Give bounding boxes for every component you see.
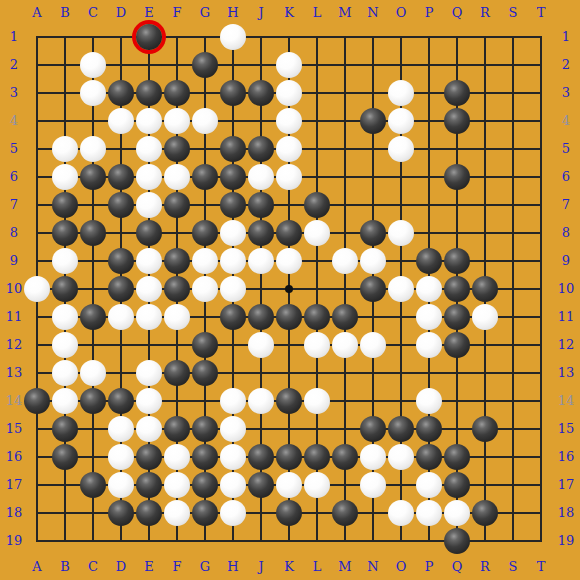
column-label-bottom: O <box>387 559 415 575</box>
white-stone-B11[interactable] <box>52 304 78 330</box>
column-label-bottom: D <box>107 559 135 575</box>
column-label-top: S <box>499 5 527 21</box>
black-stone-D10[interactable] <box>108 276 134 302</box>
white-stone-E15[interactable] <box>136 416 162 442</box>
grid-line-horizontal <box>36 372 542 374</box>
white-stone-P12[interactable] <box>416 332 442 358</box>
white-stone-P17[interactable] <box>416 472 442 498</box>
white-stone-O16[interactable] <box>388 444 414 470</box>
white-stone-H9[interactable] <box>220 248 246 274</box>
black-stone-G2[interactable] <box>192 52 218 78</box>
row-label-left: 15 <box>0 421 28 437</box>
black-stone-F10[interactable] <box>164 276 190 302</box>
white-stone-Q18[interactable] <box>444 500 470 526</box>
black-stone-G18[interactable] <box>192 500 218 526</box>
white-stone-G10[interactable] <box>192 276 218 302</box>
white-stone-J9[interactable] <box>248 248 274 274</box>
row-label-right: 1 <box>552 29 580 45</box>
black-stone-N8[interactable] <box>360 220 386 246</box>
black-stone-Q3[interactable] <box>444 80 470 106</box>
black-stone-C17[interactable] <box>80 472 106 498</box>
white-stone-O8[interactable] <box>388 220 414 246</box>
column-label-bottom: E <box>135 559 163 575</box>
white-stone-F17[interactable] <box>164 472 190 498</box>
white-stone-B9[interactable] <box>52 248 78 274</box>
black-stone-N4[interactable] <box>360 108 386 134</box>
row-label-left: 13 <box>0 365 28 381</box>
black-stone-J8[interactable] <box>248 220 274 246</box>
white-stone-B14[interactable] <box>52 388 78 414</box>
white-stone-P14[interactable] <box>416 388 442 414</box>
row-label-right: 19 <box>552 533 580 549</box>
column-label-top: T <box>527 5 555 21</box>
row-label-left: 4 <box>0 113 28 129</box>
column-label-bottom: J <box>247 559 275 575</box>
white-stone-M9[interactable] <box>332 248 358 274</box>
column-label-bottom: L <box>303 559 331 575</box>
black-stone-J7[interactable] <box>248 192 274 218</box>
black-stone-H6[interactable] <box>220 164 246 190</box>
column-label-top: M <box>331 5 359 21</box>
white-stone-O3[interactable] <box>388 80 414 106</box>
star-point <box>285 285 293 293</box>
black-stone-B16[interactable] <box>52 444 78 470</box>
column-label-top: C <box>79 5 107 21</box>
white-stone-P10[interactable] <box>416 276 442 302</box>
white-stone-H18[interactable] <box>220 500 246 526</box>
row-label-right: 6 <box>552 169 580 185</box>
white-stone-N12[interactable] <box>360 332 386 358</box>
row-label-left: 1 <box>0 29 28 45</box>
white-stone-M12[interactable] <box>332 332 358 358</box>
row-label-right: 10 <box>552 281 580 297</box>
white-stone-H10[interactable] <box>220 276 246 302</box>
column-label-bottom: G <box>191 559 219 575</box>
column-label-top: H <box>219 5 247 21</box>
black-stone-Q6[interactable] <box>444 164 470 190</box>
black-stone-Q12[interactable] <box>444 332 470 358</box>
black-stone-E16[interactable] <box>136 444 162 470</box>
column-label-top: N <box>359 5 387 21</box>
black-stone-L11[interactable] <box>304 304 330 330</box>
column-label-bottom: H <box>219 559 247 575</box>
white-stone-D11[interactable] <box>108 304 134 330</box>
white-stone-O18[interactable] <box>388 500 414 526</box>
white-stone-B12[interactable] <box>52 332 78 358</box>
white-stone-E13[interactable] <box>136 360 162 386</box>
row-label-right: 13 <box>552 365 580 381</box>
white-stone-E4[interactable] <box>136 108 162 134</box>
black-stone-D3[interactable] <box>108 80 134 106</box>
column-label-top: R <box>471 5 499 21</box>
white-stone-F16[interactable] <box>164 444 190 470</box>
black-stone-M18[interactable] <box>332 500 358 526</box>
column-label-bottom: C <box>79 559 107 575</box>
white-stone-H1[interactable] <box>220 24 246 50</box>
column-label-top: L <box>303 5 331 21</box>
black-stone-O15[interactable] <box>388 416 414 442</box>
black-stone-Q10[interactable] <box>444 276 470 302</box>
white-stone-L17[interactable] <box>304 472 330 498</box>
black-stone-J16[interactable] <box>248 444 274 470</box>
white-stone-H14[interactable] <box>220 388 246 414</box>
row-label-right: 8 <box>552 225 580 241</box>
row-label-right: 11 <box>552 309 580 325</box>
column-label-top: K <box>275 5 303 21</box>
black-stone-D7[interactable] <box>108 192 134 218</box>
white-stone-C13[interactable] <box>80 360 106 386</box>
black-stone-F5[interactable] <box>164 136 190 162</box>
white-stone-J14[interactable] <box>248 388 274 414</box>
black-stone-D6[interactable] <box>108 164 134 190</box>
white-stone-C2[interactable] <box>80 52 106 78</box>
black-stone-M16[interactable] <box>332 444 358 470</box>
black-stone-F3[interactable] <box>164 80 190 106</box>
white-stone-K5[interactable] <box>276 136 302 162</box>
column-label-top: A <box>23 5 51 21</box>
white-stone-G9[interactable] <box>192 248 218 274</box>
row-label-right: 3 <box>552 85 580 101</box>
black-stone-R10[interactable] <box>472 276 498 302</box>
black-stone-P9[interactable] <box>416 248 442 274</box>
white-stone-E11[interactable] <box>136 304 162 330</box>
white-stone-D4[interactable] <box>108 108 134 134</box>
black-stone-F13[interactable] <box>164 360 190 386</box>
row-label-right: 9 <box>552 253 580 269</box>
row-label-left: 19 <box>0 533 28 549</box>
black-stone-P15[interactable] <box>416 416 442 442</box>
white-stone-L8[interactable] <box>304 220 330 246</box>
grid-line-vertical <box>540 36 542 542</box>
row-label-right: 4 <box>552 113 580 129</box>
black-stone-B10[interactable] <box>52 276 78 302</box>
column-label-bottom: M <box>331 559 359 575</box>
white-stone-E5[interactable] <box>136 136 162 162</box>
grid-line-vertical <box>512 36 514 542</box>
row-label-left: 5 <box>0 141 28 157</box>
column-label-bottom: P <box>415 559 443 575</box>
black-stone-R15[interactable] <box>472 416 498 442</box>
black-stone-H11[interactable] <box>220 304 246 330</box>
row-label-right: 14 <box>552 393 580 409</box>
black-stone-Q16[interactable] <box>444 444 470 470</box>
white-stone-O10[interactable] <box>388 276 414 302</box>
white-stone-G4[interactable] <box>192 108 218 134</box>
white-stone-A10[interactable] <box>24 276 50 302</box>
row-label-right: 12 <box>552 337 580 353</box>
black-stone-A14[interactable] <box>24 388 50 414</box>
row-label-left: 8 <box>0 225 28 241</box>
black-stone-B8[interactable] <box>52 220 78 246</box>
black-stone-H5[interactable] <box>220 136 246 162</box>
row-label-right: 18 <box>552 505 580 521</box>
white-stone-D17[interactable] <box>108 472 134 498</box>
black-stone-K8[interactable] <box>276 220 302 246</box>
row-label-right: 5 <box>552 141 580 157</box>
black-stone-L7[interactable] <box>304 192 330 218</box>
white-stone-E7[interactable] <box>136 192 162 218</box>
black-stone-K11[interactable] <box>276 304 302 330</box>
black-stone-K16[interactable] <box>276 444 302 470</box>
black-stone-F9[interactable] <box>164 248 190 274</box>
row-label-left: 6 <box>0 169 28 185</box>
black-stone-E17[interactable] <box>136 472 162 498</box>
black-stone-D18[interactable] <box>108 500 134 526</box>
column-label-bottom: T <box>527 559 555 575</box>
white-stone-B5[interactable] <box>52 136 78 162</box>
white-stone-B6[interactable] <box>52 164 78 190</box>
white-stone-F18[interactable] <box>164 500 190 526</box>
black-stone-F15[interactable] <box>164 416 190 442</box>
white-stone-L12[interactable] <box>304 332 330 358</box>
last-move-stone-E1[interactable] <box>136 24 162 50</box>
row-label-left: 2 <box>0 57 28 73</box>
black-stone-D9[interactable] <box>108 248 134 274</box>
black-stone-E8[interactable] <box>136 220 162 246</box>
white-stone-H15[interactable] <box>220 416 246 442</box>
row-label-left: 16 <box>0 449 28 465</box>
black-stone-D14[interactable] <box>108 388 134 414</box>
row-label-left: 3 <box>0 85 28 101</box>
column-label-bottom: B <box>51 559 79 575</box>
black-stone-E18[interactable] <box>136 500 162 526</box>
white-stone-H16[interactable] <box>220 444 246 470</box>
black-stone-J17[interactable] <box>248 472 274 498</box>
row-label-left: 9 <box>0 253 28 269</box>
black-stone-Q11[interactable] <box>444 304 470 330</box>
white-stone-J12[interactable] <box>248 332 274 358</box>
black-stone-N10[interactable] <box>360 276 386 302</box>
white-stone-C3[interactable] <box>80 80 106 106</box>
column-label-bottom: K <box>275 559 303 575</box>
black-stone-G16[interactable] <box>192 444 218 470</box>
white-stone-E9[interactable] <box>136 248 162 274</box>
black-stone-R18[interactable] <box>472 500 498 526</box>
black-stone-J5[interactable] <box>248 136 274 162</box>
go-board[interactable]: AABBCCDDEEFFGGHHJJKKLLMMNNOOPPQQRRSSTT11… <box>0 0 580 580</box>
white-stone-P18[interactable] <box>416 500 442 526</box>
white-stone-D15[interactable] <box>108 416 134 442</box>
white-stone-B13[interactable] <box>52 360 78 386</box>
black-stone-G17[interactable] <box>192 472 218 498</box>
column-label-top: Q <box>443 5 471 21</box>
row-label-left: 18 <box>0 505 28 521</box>
column-label-bottom: A <box>23 559 51 575</box>
black-stone-C6[interactable] <box>80 164 106 190</box>
black-stone-G8[interactable] <box>192 220 218 246</box>
white-stone-D16[interactable] <box>108 444 134 470</box>
column-label-top: G <box>191 5 219 21</box>
black-stone-G12[interactable] <box>192 332 218 358</box>
white-stone-K3[interactable] <box>276 80 302 106</box>
white-stone-O4[interactable] <box>388 108 414 134</box>
black-stone-Q19[interactable] <box>444 528 470 554</box>
column-label-bottom: F <box>163 559 191 575</box>
black-stone-K14[interactable] <box>276 388 302 414</box>
column-label-top: J <box>247 5 275 21</box>
black-stone-Q4[interactable] <box>444 108 470 134</box>
black-stone-N15[interactable] <box>360 416 386 442</box>
column-label-top: F <box>163 5 191 21</box>
row-label-left: 11 <box>0 309 28 325</box>
black-stone-G6[interactable] <box>192 164 218 190</box>
black-stone-G13[interactable] <box>192 360 218 386</box>
black-stone-C11[interactable] <box>80 304 106 330</box>
white-stone-N16[interactable] <box>360 444 386 470</box>
white-stone-E6[interactable] <box>136 164 162 190</box>
white-stone-K9[interactable] <box>276 248 302 274</box>
black-stone-H3[interactable] <box>220 80 246 106</box>
column-label-bottom: Q <box>443 559 471 575</box>
white-stone-K17[interactable] <box>276 472 302 498</box>
column-label-bottom: N <box>359 559 387 575</box>
black-stone-J11[interactable] <box>248 304 274 330</box>
white-stone-F6[interactable] <box>164 164 190 190</box>
column-label-top: B <box>51 5 79 21</box>
row-label-left: 12 <box>0 337 28 353</box>
white-stone-N9[interactable] <box>360 248 386 274</box>
column-label-bottom: S <box>499 559 527 575</box>
black-stone-P16[interactable] <box>416 444 442 470</box>
white-stone-C5[interactable] <box>80 136 106 162</box>
black-stone-Q17[interactable] <box>444 472 470 498</box>
row-label-right: 16 <box>552 449 580 465</box>
black-stone-C8[interactable] <box>80 220 106 246</box>
black-stone-M11[interactable] <box>332 304 358 330</box>
row-label-left: 7 <box>0 197 28 213</box>
white-stone-P11[interactable] <box>416 304 442 330</box>
black-stone-C14[interactable] <box>80 388 106 414</box>
white-stone-F11[interactable] <box>164 304 190 330</box>
white-stone-F4[interactable] <box>164 108 190 134</box>
black-stone-G15[interactable] <box>192 416 218 442</box>
black-stone-L16[interactable] <box>304 444 330 470</box>
white-stone-K4[interactable] <box>276 108 302 134</box>
white-stone-E14[interactable] <box>136 388 162 414</box>
black-stone-K18[interactable] <box>276 500 302 526</box>
black-stone-B7[interactable] <box>52 192 78 218</box>
white-stone-H17[interactable] <box>220 472 246 498</box>
black-stone-B15[interactable] <box>52 416 78 442</box>
column-label-bottom: R <box>471 559 499 575</box>
black-stone-Q9[interactable] <box>444 248 470 274</box>
black-stone-E3[interactable] <box>136 80 162 106</box>
row-label-right: 17 <box>552 477 580 493</box>
white-stone-H8[interactable] <box>220 220 246 246</box>
row-label-right: 15 <box>552 421 580 437</box>
black-stone-H7[interactable] <box>220 192 246 218</box>
row-label-right: 2 <box>552 57 580 73</box>
row-label-left: 17 <box>0 477 28 493</box>
white-stone-E10[interactable] <box>136 276 162 302</box>
white-stone-N17[interactable] <box>360 472 386 498</box>
white-stone-J6[interactable] <box>248 164 274 190</box>
white-stone-K2[interactable] <box>276 52 302 78</box>
white-stone-L14[interactable] <box>304 388 330 414</box>
white-stone-O5[interactable] <box>388 136 414 162</box>
white-stone-R11[interactable] <box>472 304 498 330</box>
column-label-top: E <box>135 5 163 21</box>
column-label-top: D <box>107 5 135 21</box>
black-stone-F7[interactable] <box>164 192 190 218</box>
black-stone-J3[interactable] <box>248 80 274 106</box>
row-label-right: 7 <box>552 197 580 213</box>
white-stone-K6[interactable] <box>276 164 302 190</box>
column-label-top: O <box>387 5 415 21</box>
column-label-top: P <box>415 5 443 21</box>
